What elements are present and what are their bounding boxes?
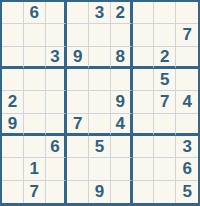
cell-r3c1[interactable] — [2, 47, 24, 69]
cell-r7c4[interactable] — [67, 136, 89, 158]
cell-r4c3[interactable] — [46, 69, 68, 91]
cell-r7c7[interactable] — [133, 136, 155, 158]
cell-r4c8[interactable]: 5 — [154, 69, 176, 91]
cell-r7c5[interactable]: 5 — [89, 136, 111, 158]
cell-r2c2[interactable] — [24, 24, 46, 46]
cell-r2c9[interactable]: 7 — [176, 24, 198, 46]
cell-r2c5[interactable] — [89, 24, 111, 46]
cell-r3c6[interactable]: 8 — [111, 47, 133, 69]
cell-r8c4[interactable] — [67, 158, 89, 180]
cell-r9c9[interactable]: 5 — [176, 181, 198, 203]
cell-r1c9[interactable] — [176, 2, 198, 24]
cell-r8c1[interactable] — [2, 158, 24, 180]
cell-r1c6[interactable]: 2 — [111, 2, 133, 24]
cell-r3c3[interactable]: 3 — [46, 47, 68, 69]
cell-r8c5[interactable] — [89, 158, 111, 180]
cell-r5c7[interactable] — [133, 91, 155, 113]
cell-r7c6[interactable] — [111, 136, 133, 158]
sudoku-board: 632739825297497465316795 — [0, 0, 200, 206]
cell-r8c7[interactable] — [133, 158, 155, 180]
cell-r2c4[interactable] — [67, 24, 89, 46]
cell-r9c3[interactable] — [46, 181, 68, 203]
cell-r2c8[interactable] — [154, 24, 176, 46]
cell-r8c6[interactable] — [111, 158, 133, 180]
cell-r9c2[interactable]: 7 — [24, 181, 46, 203]
cell-r4c5[interactable] — [89, 69, 111, 91]
cell-r9c4[interactable] — [67, 181, 89, 203]
cell-r9c8[interactable] — [154, 181, 176, 203]
cell-r3c5[interactable] — [89, 47, 111, 69]
cell-r6c1[interactable]: 9 — [2, 114, 24, 136]
cell-r1c5[interactable]: 3 — [89, 2, 111, 24]
cell-r9c5[interactable]: 9 — [89, 181, 111, 203]
cell-r7c2[interactable] — [24, 136, 46, 158]
cell-r6c9[interactable] — [176, 114, 198, 136]
cell-r8c9[interactable]: 6 — [176, 158, 198, 180]
cell-r3c2[interactable] — [24, 47, 46, 69]
cell-r1c3[interactable] — [46, 2, 68, 24]
cell-r6c5[interactable] — [89, 114, 111, 136]
cell-r7c3[interactable]: 6 — [46, 136, 68, 158]
cell-r9c6[interactable] — [111, 181, 133, 203]
cell-r7c8[interactable] — [154, 136, 176, 158]
cell-r3c4[interactable]: 9 — [67, 47, 89, 69]
cell-r8c2[interactable]: 1 — [24, 158, 46, 180]
cell-r5c8[interactable]: 7 — [154, 91, 176, 113]
cell-r6c3[interactable] — [46, 114, 68, 136]
cell-r1c2[interactable]: 6 — [24, 2, 46, 24]
cell-r2c6[interactable] — [111, 24, 133, 46]
cell-r3c8[interactable]: 2 — [154, 47, 176, 69]
cell-r3c9[interactable] — [176, 47, 198, 69]
cell-r5c4[interactable] — [67, 91, 89, 113]
cell-r6c6[interactable]: 4 — [111, 114, 133, 136]
cell-r9c7[interactable] — [133, 181, 155, 203]
cell-r5c5[interactable] — [89, 91, 111, 113]
cell-r1c7[interactable] — [133, 2, 155, 24]
cell-r1c1[interactable] — [2, 2, 24, 24]
cell-r9c1[interactable] — [2, 181, 24, 203]
cell-r8c8[interactable] — [154, 158, 176, 180]
cell-r5c9[interactable]: 4 — [176, 91, 198, 113]
cell-r4c1[interactable] — [2, 69, 24, 91]
cell-r5c3[interactable] — [46, 91, 68, 113]
cell-r3c7[interactable] — [133, 47, 155, 69]
cell-r7c9[interactable]: 3 — [176, 136, 198, 158]
cell-r5c6[interactable]: 9 — [111, 91, 133, 113]
cell-r6c7[interactable] — [133, 114, 155, 136]
cell-r2c1[interactable] — [2, 24, 24, 46]
cell-r8c3[interactable] — [46, 158, 68, 180]
cell-r5c1[interactable]: 2 — [2, 91, 24, 113]
cell-r2c7[interactable] — [133, 24, 155, 46]
cell-r4c6[interactable] — [111, 69, 133, 91]
cell-r4c4[interactable] — [67, 69, 89, 91]
cell-r1c4[interactable] — [67, 2, 89, 24]
cell-r7c1[interactable] — [2, 136, 24, 158]
cell-r4c9[interactable] — [176, 69, 198, 91]
cell-r6c8[interactable] — [154, 114, 176, 136]
cell-r6c4[interactable]: 7 — [67, 114, 89, 136]
cell-r4c2[interactable] — [24, 69, 46, 91]
cell-r4c7[interactable] — [133, 69, 155, 91]
cell-r6c2[interactable] — [24, 114, 46, 136]
cell-r2c3[interactable] — [46, 24, 68, 46]
cell-r1c8[interactable] — [154, 2, 176, 24]
cell-r5c2[interactable] — [24, 91, 46, 113]
